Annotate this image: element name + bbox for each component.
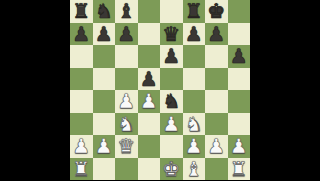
square-f4[interactable]: [183, 90, 206, 113]
piece-white-knight-f3[interactable]: ♞: [185, 113, 203, 135]
piece-black-pawn-d5[interactable]: ♟: [140, 68, 158, 90]
square-c5[interactable]: [115, 68, 138, 91]
piece-white-pawn-f2[interactable]: ♟: [185, 135, 203, 157]
square-e7[interactable]: ♛: [160, 23, 183, 46]
square-a8[interactable]: ♜: [70, 0, 93, 23]
square-g3[interactable]: [205, 113, 228, 136]
square-g6[interactable]: [205, 45, 228, 68]
square-b8[interactable]: ♞: [93, 0, 116, 23]
piece-white-pawn-a2[interactable]: ♟: [72, 135, 90, 157]
piece-white-rook-a1[interactable]: ♜: [72, 158, 90, 180]
square-f5[interactable]: [183, 68, 206, 91]
piece-white-king-e1[interactable]: ♚: [162, 158, 180, 180]
square-a7[interactable]: ♟: [70, 23, 93, 46]
piece-white-pawn-h2[interactable]: ♟: [230, 135, 248, 157]
square-e1[interactable]: ♚: [160, 158, 183, 181]
square-e8[interactable]: [160, 0, 183, 23]
square-e2[interactable]: [160, 135, 183, 158]
piece-black-knight-b8[interactable]: ♞: [95, 0, 113, 22]
piece-black-pawn-a7[interactable]: ♟: [72, 23, 90, 45]
square-h2[interactable]: ♟: [228, 135, 251, 158]
square-g5[interactable]: [205, 68, 228, 91]
square-f6[interactable]: [183, 45, 206, 68]
square-c1[interactable]: [115, 158, 138, 181]
piece-white-pawn-c4[interactable]: ♟: [117, 90, 135, 112]
piece-black-queen-e7[interactable]: ♛: [162, 23, 180, 45]
piece-white-queen-c2[interactable]: ♛: [117, 135, 135, 157]
piece-black-king-g8[interactable]: ♚: [207, 0, 225, 22]
square-g1[interactable]: [205, 158, 228, 181]
square-c6[interactable]: [115, 45, 138, 68]
piece-black-pawn-b7[interactable]: ♟: [95, 23, 113, 45]
piece-white-pawn-b2[interactable]: ♟: [95, 135, 113, 157]
square-f8[interactable]: ♜: [183, 0, 206, 23]
piece-black-knight-e4[interactable]: ♞: [162, 90, 180, 112]
square-a4[interactable]: [70, 90, 93, 113]
piece-white-knight-c3[interactable]: ♞: [117, 113, 135, 135]
square-b7[interactable]: ♟: [93, 23, 116, 46]
square-a1[interactable]: ♜: [70, 158, 93, 181]
right-black-bar: [250, 0, 320, 180]
piece-black-pawn-e6[interactable]: ♟: [162, 45, 180, 67]
square-d5[interactable]: ♟: [138, 68, 161, 91]
square-d2[interactable]: [138, 135, 161, 158]
square-f7[interactable]: ♟: [183, 23, 206, 46]
square-d4[interactable]: ♟: [138, 90, 161, 113]
square-f2[interactable]: ♟: [183, 135, 206, 158]
square-e5[interactable]: [160, 68, 183, 91]
square-b5[interactable]: [93, 68, 116, 91]
square-b6[interactable]: [93, 45, 116, 68]
piece-white-pawn-d4[interactable]: ♟: [140, 90, 158, 112]
square-e6[interactable]: ♟: [160, 45, 183, 68]
square-h3[interactable]: [228, 113, 251, 136]
piece-black-rook-a8[interactable]: ♜: [72, 0, 90, 22]
square-b2[interactable]: ♟: [93, 135, 116, 158]
piece-white-pawn-e3[interactable]: ♟: [162, 113, 180, 135]
square-a6[interactable]: [70, 45, 93, 68]
square-h7[interactable]: [228, 23, 251, 46]
piece-white-rook-h1[interactable]: ♜: [230, 158, 248, 180]
square-a5[interactable]: [70, 68, 93, 91]
screenshot-root: ♜♞♝♜♚♟♟♟♛♟♟♟♟♟♟♟♞♞♟♞♟♟♛♟♟♟♜♚♝♜: [0, 0, 320, 180]
square-a2[interactable]: ♟: [70, 135, 93, 158]
square-h6[interactable]: ♟: [228, 45, 251, 68]
square-h1[interactable]: ♜: [228, 158, 251, 181]
left-black-bar: [0, 0, 70, 180]
square-h4[interactable]: [228, 90, 251, 113]
square-h5[interactable]: [228, 68, 251, 91]
square-g2[interactable]: ♟: [205, 135, 228, 158]
square-d7[interactable]: [138, 23, 161, 46]
square-d3[interactable]: [138, 113, 161, 136]
square-b3[interactable]: [93, 113, 116, 136]
square-e4[interactable]: ♞: [160, 90, 183, 113]
chess-board[interactable]: ♜♞♝♜♚♟♟♟♛♟♟♟♟♟♟♟♞♞♟♞♟♟♛♟♟♟♜♚♝♜: [70, 0, 250, 180]
square-f3[interactable]: ♞: [183, 113, 206, 136]
square-f1[interactable]: ♝: [183, 158, 206, 181]
piece-black-rook-f8[interactable]: ♜: [185, 0, 203, 22]
square-d1[interactable]: [138, 158, 161, 181]
piece-black-pawn-h6[interactable]: ♟: [230, 45, 248, 67]
square-d6[interactable]: [138, 45, 161, 68]
piece-black-pawn-c7[interactable]: ♟: [117, 23, 135, 45]
square-b4[interactable]: [93, 90, 116, 113]
piece-black-pawn-g7[interactable]: ♟: [207, 23, 225, 45]
square-g7[interactable]: ♟: [205, 23, 228, 46]
square-g4[interactable]: [205, 90, 228, 113]
piece-black-pawn-f7[interactable]: ♟: [185, 23, 203, 45]
square-c2[interactable]: ♛: [115, 135, 138, 158]
square-e3[interactable]: ♟: [160, 113, 183, 136]
square-a3[interactable]: [70, 113, 93, 136]
square-c8[interactable]: ♝: [115, 0, 138, 23]
square-c7[interactable]: ♟: [115, 23, 138, 46]
square-c3[interactable]: ♞: [115, 113, 138, 136]
square-h8[interactable]: [228, 0, 251, 23]
piece-white-pawn-g2[interactable]: ♟: [207, 135, 225, 157]
piece-white-bishop-f1[interactable]: ♝: [185, 158, 203, 180]
square-g8[interactable]: ♚: [205, 0, 228, 23]
piece-black-bishop-c8[interactable]: ♝: [117, 0, 135, 22]
square-d8[interactable]: [138, 0, 161, 23]
square-b1[interactable]: [93, 158, 116, 181]
square-c4[interactable]: ♟: [115, 90, 138, 113]
